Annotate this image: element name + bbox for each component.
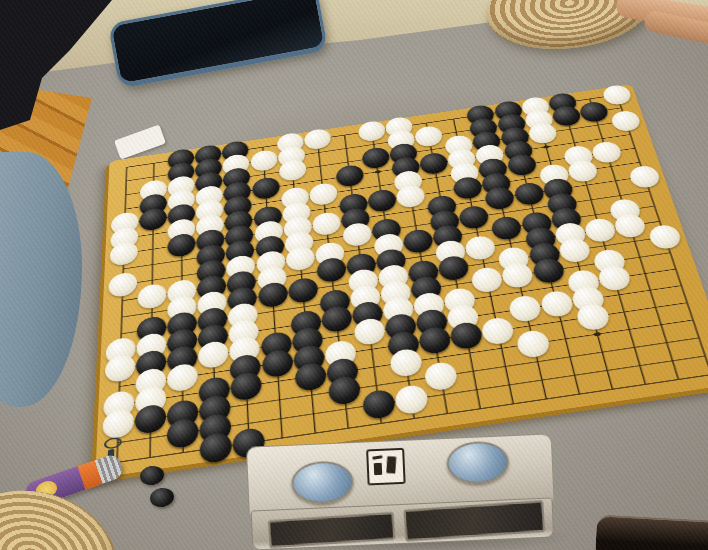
game-clock [246, 433, 556, 550]
dark-object [595, 514, 708, 550]
stamp-ring-icon [104, 437, 122, 450]
clock-display-left [268, 512, 396, 549]
seal-stroke [374, 463, 383, 475]
photo-stage [0, 0, 708, 550]
seal-stroke [372, 455, 382, 460]
seal-stroke [386, 456, 396, 474]
clock-maker-seal [366, 448, 406, 486]
clock-display-right [403, 500, 545, 542]
